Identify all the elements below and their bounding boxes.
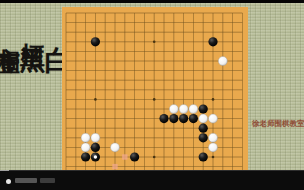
time-text-smear	[15, 178, 37, 183]
black-player-name: 卞相壹	[0, 28, 22, 34]
progress-knob[interactable]	[6, 179, 11, 184]
progress-track[interactable]	[0, 170, 304, 171]
white-player-name: 柯洁	[20, 24, 46, 30]
video-frame: 黑 卞相壹 白 柯洁 徐老师围棋教室	[0, 0, 304, 190]
time-text-smear	[40, 178, 55, 183]
video-player-bar	[0, 170, 304, 190]
watermark-text: 徐老师围棋教室	[252, 119, 304, 129]
go-board	[62, 7, 248, 170]
progress-played	[0, 170, 9, 171]
go-board-grid	[62, 7, 248, 170]
top-letterbox-bar	[0, 0, 304, 3]
